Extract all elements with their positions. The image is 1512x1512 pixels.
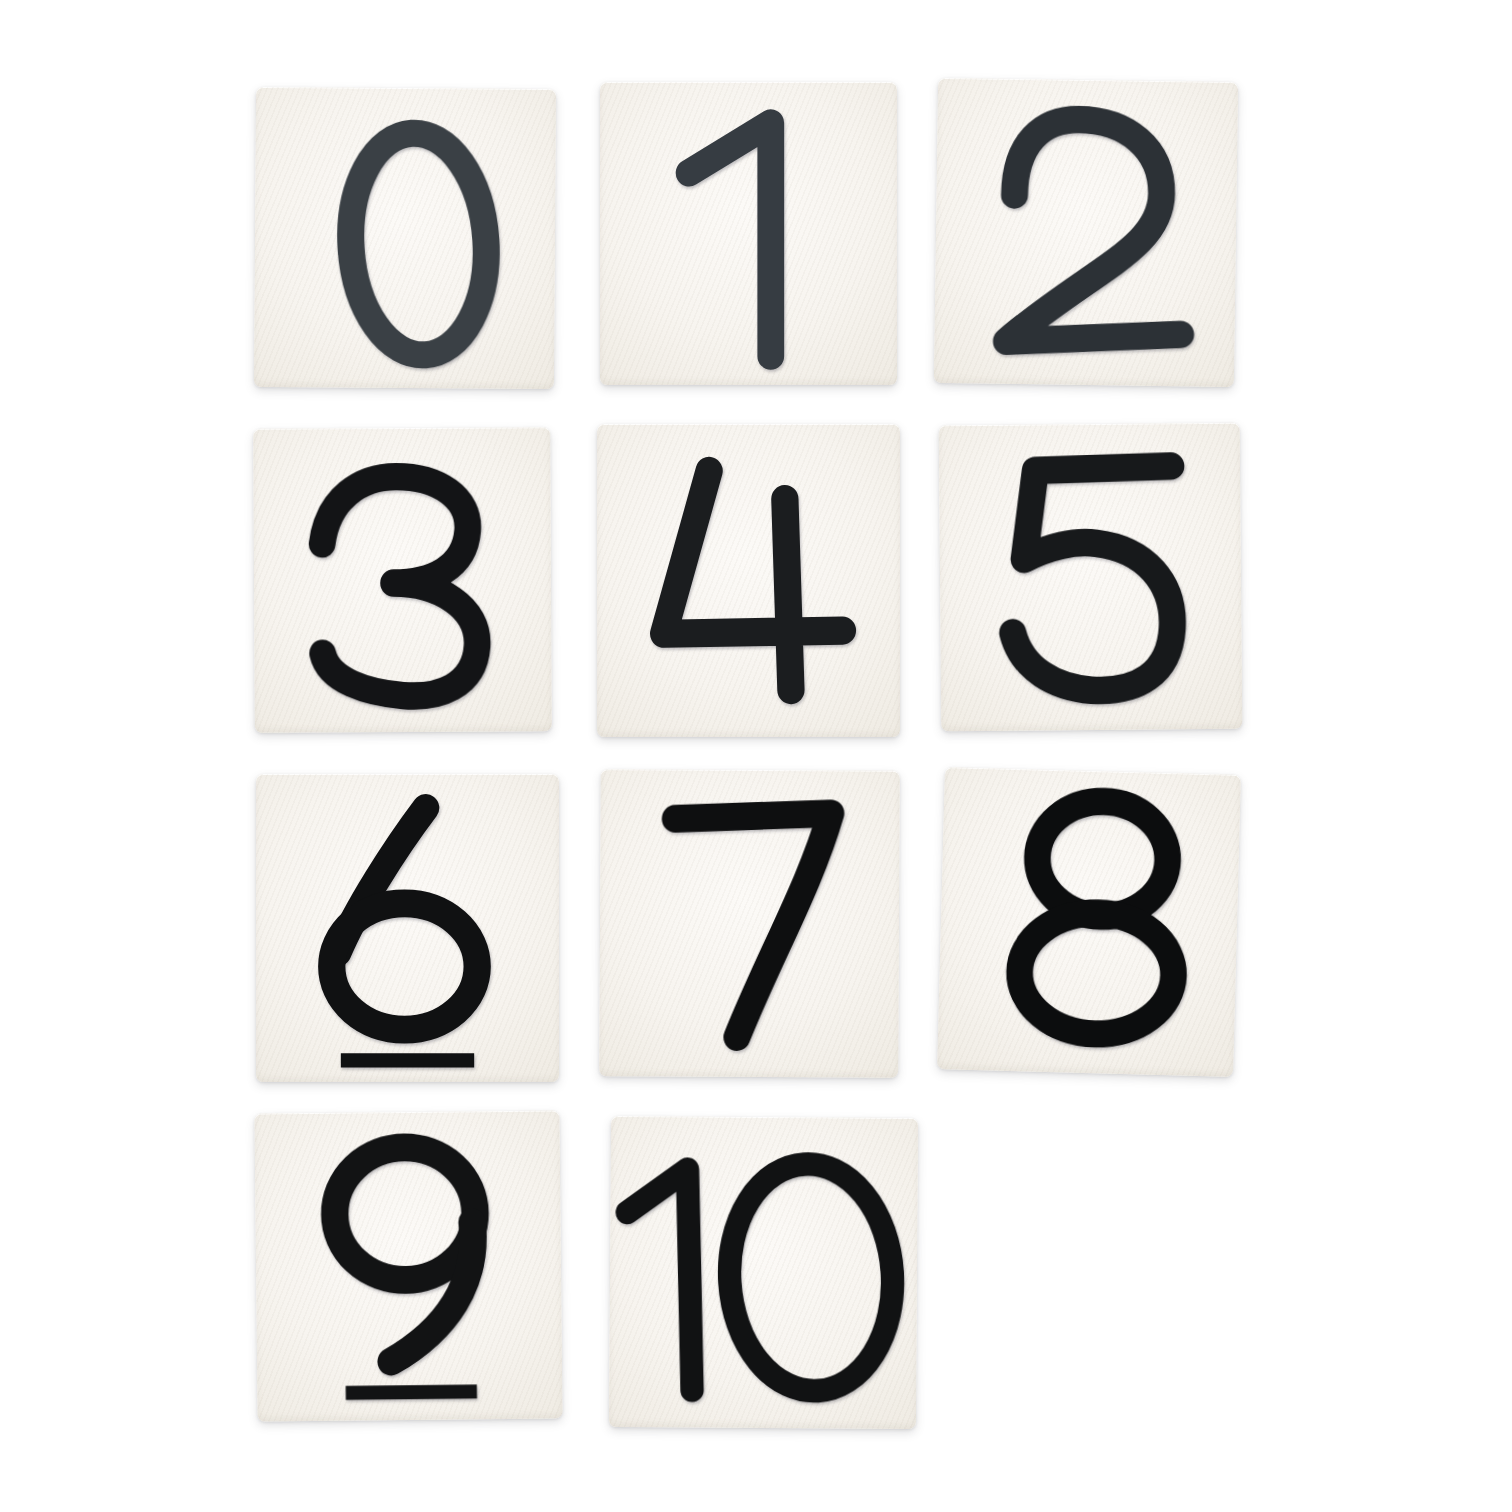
number-tile-9[interactable]: 9 — [254, 1110, 562, 1421]
digit-5-glyph — [939, 423, 1243, 732]
digit-4-glyph — [597, 424, 900, 737]
digit-8-glyph — [937, 767, 1241, 1077]
digit-3-glyph — [253, 427, 552, 733]
number-tile-5[interactable]: 5 — [939, 423, 1243, 732]
digit-9-glyph — [254, 1110, 562, 1421]
number-tile-4[interactable]: 4 — [597, 424, 900, 737]
number-tile-7[interactable]: 7 — [599, 769, 900, 1078]
number-tile-0[interactable]: 0 — [254, 87, 556, 389]
number-tile-8[interactable]: 8 — [937, 767, 1241, 1077]
digit-0-glyph — [254, 87, 556, 389]
number-tile-3[interactable]: 3 — [253, 427, 552, 733]
tile-board: 0 1 2 3 4 5 6 — [0, 0, 1512, 1512]
digit-10-glyph — [609, 1116, 918, 1429]
number-tile-2[interactable]: 2 — [934, 78, 1238, 387]
number-tile-10[interactable]: 10 — [609, 1116, 918, 1429]
digit-7-glyph — [599, 769, 900, 1078]
number-tile-1[interactable]: 1 — [600, 82, 897, 385]
number-tile-6[interactable]: 6 — [256, 774, 559, 1082]
digit-2-glyph — [934, 78, 1238, 387]
orientation-underline — [346, 1392, 477, 1393]
digit-6-glyph — [256, 774, 559, 1082]
digit-1-glyph — [600, 82, 897, 385]
